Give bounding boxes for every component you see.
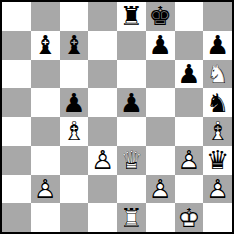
white-pawn-glyph: ♙ — [88, 146, 117, 175]
square-h3[interactable]: ♛ — [203, 146, 232, 175]
piece-black-pawn-icon[interactable]: ♟ — [60, 88, 89, 117]
square-b1[interactable] — [31, 203, 60, 232]
black-rook-glyph: ♜ — [117, 2, 146, 31]
square-e7[interactable] — [117, 31, 146, 60]
square-b2[interactable]: ♟♙ — [31, 175, 60, 204]
square-d6[interactable] — [88, 60, 117, 89]
white-rook-glyph: ♖ — [117, 203, 146, 232]
white-pawn-glyph: ♙ — [203, 175, 232, 204]
piece-black-rook-icon[interactable]: ♜ — [117, 2, 146, 31]
square-b4[interactable] — [31, 117, 60, 146]
square-c2[interactable] — [60, 175, 89, 204]
square-g7[interactable] — [175, 31, 204, 60]
black-pawn-glyph: ♟ — [117, 88, 146, 117]
piece-white-pawn-icon[interactable]: ♟♙ — [31, 175, 60, 204]
black-pawn-glyph: ♟ — [60, 88, 89, 117]
piece-black-knight-icon[interactable]: ♞ — [203, 88, 232, 117]
square-h1[interactable] — [203, 203, 232, 232]
square-b7[interactable]: ♝ — [31, 31, 60, 60]
square-d4[interactable] — [88, 117, 117, 146]
square-c1[interactable] — [60, 203, 89, 232]
square-d5[interactable] — [88, 88, 117, 117]
square-f5[interactable] — [146, 88, 175, 117]
square-c5[interactable]: ♟ — [60, 88, 89, 117]
piece-white-king-icon[interactable]: ♚♔ — [175, 203, 204, 232]
white-pawn-glyph: ♙ — [146, 175, 175, 204]
square-f1[interactable] — [146, 203, 175, 232]
square-g6[interactable]: ♟ — [175, 60, 204, 89]
black-queen-glyph: ♛ — [203, 146, 232, 175]
white-king-glyph: ♔ — [175, 203, 204, 232]
square-b8[interactable] — [31, 2, 60, 31]
square-a2[interactable] — [2, 175, 31, 204]
square-f6[interactable] — [146, 60, 175, 89]
black-bishop-glyph: ♝ — [60, 31, 89, 60]
black-king-glyph: ♚ — [146, 2, 175, 31]
square-c4[interactable]: ♝♗ — [60, 117, 89, 146]
piece-white-pawn-icon[interactable]: ♟♙ — [203, 175, 232, 204]
piece-black-pawn-icon[interactable]: ♟ — [146, 31, 175, 60]
square-e3[interactable]: ♛♕ — [117, 146, 146, 175]
square-e1[interactable]: ♜♖ — [117, 203, 146, 232]
black-knight-glyph: ♞ — [203, 88, 232, 117]
square-h8[interactable] — [203, 2, 232, 31]
square-g3[interactable]: ♟♙ — [175, 146, 204, 175]
piece-white-bishop-icon[interactable]: ♝♗ — [203, 117, 232, 146]
square-d1[interactable] — [88, 203, 117, 232]
square-f7[interactable]: ♟ — [146, 31, 175, 60]
square-h7[interactable]: ♟ — [203, 31, 232, 60]
piece-black-pawn-icon[interactable]: ♟ — [203, 31, 232, 60]
square-e4[interactable] — [117, 117, 146, 146]
square-c6[interactable] — [60, 60, 89, 89]
piece-white-knight-icon[interactable]: ♞♘ — [203, 60, 232, 89]
square-f8[interactable]: ♚ — [146, 2, 175, 31]
square-a5[interactable] — [2, 88, 31, 117]
square-f4[interactable] — [146, 117, 175, 146]
square-h2[interactable]: ♟♙ — [203, 175, 232, 204]
square-e5[interactable]: ♟ — [117, 88, 146, 117]
piece-white-queen-icon[interactable]: ♛♕ — [117, 146, 146, 175]
white-bishop-glyph: ♗ — [60, 117, 89, 146]
piece-black-king-icon[interactable]: ♚ — [146, 2, 175, 31]
square-a1[interactable] — [2, 203, 31, 232]
piece-black-bishop-icon[interactable]: ♝ — [31, 31, 60, 60]
square-c3[interactable] — [60, 146, 89, 175]
black-bishop-glyph: ♝ — [31, 31, 60, 60]
square-f3[interactable] — [146, 146, 175, 175]
square-h6[interactable]: ♞♘ — [203, 60, 232, 89]
square-b3[interactable] — [31, 146, 60, 175]
white-pawn-glyph: ♙ — [31, 175, 60, 204]
square-a4[interactable] — [2, 117, 31, 146]
square-a6[interactable] — [2, 60, 31, 89]
square-e6[interactable] — [117, 60, 146, 89]
square-b5[interactable] — [31, 88, 60, 117]
square-h5[interactable]: ♞ — [203, 88, 232, 117]
square-g2[interactable] — [175, 175, 204, 204]
piece-white-pawn-icon[interactable]: ♟♙ — [175, 146, 204, 175]
square-g4[interactable] — [175, 117, 204, 146]
square-g5[interactable] — [175, 88, 204, 117]
white-pawn-glyph: ♙ — [175, 146, 204, 175]
square-g8[interactable] — [175, 2, 204, 31]
square-g1[interactable]: ♚♔ — [175, 203, 204, 232]
black-pawn-glyph: ♟ — [146, 31, 175, 60]
piece-white-pawn-icon[interactable]: ♟♙ — [146, 175, 175, 204]
square-c8[interactable] — [60, 2, 89, 31]
square-a3[interactable] — [2, 146, 31, 175]
square-d2[interactable] — [88, 175, 117, 204]
square-a7[interactable] — [2, 31, 31, 60]
chess-board: ♜♚♝♝♟♟♟♞♘♟♟♞♝♗♝♗♟♙♛♕♟♙♛♟♙♟♙♟♙♜♖♚♔ — [0, 0, 234, 234]
piece-black-bishop-icon[interactable]: ♝ — [60, 31, 89, 60]
square-d8[interactable] — [88, 2, 117, 31]
square-b6[interactable] — [31, 60, 60, 89]
piece-white-bishop-icon[interactable]: ♝♗ — [60, 117, 89, 146]
square-h4[interactable]: ♝♗ — [203, 117, 232, 146]
square-d7[interactable] — [88, 31, 117, 60]
piece-black-pawn-icon[interactable]: ♟ — [175, 60, 204, 89]
piece-white-rook-icon[interactable]: ♜♖ — [117, 203, 146, 232]
piece-black-queen-icon[interactable]: ♛ — [203, 146, 232, 175]
black-pawn-glyph: ♟ — [175, 60, 204, 89]
square-e8[interactable]: ♜ — [117, 2, 146, 31]
square-c7[interactable]: ♝ — [60, 31, 89, 60]
square-f2[interactable]: ♟♙ — [146, 175, 175, 204]
black-pawn-glyph: ♟ — [203, 31, 232, 60]
white-knight-glyph: ♘ — [203, 60, 232, 89]
piece-black-pawn-icon[interactable]: ♟ — [117, 88, 146, 117]
white-bishop-glyph: ♗ — [203, 117, 232, 146]
white-queen-glyph: ♕ — [117, 146, 146, 175]
square-e2[interactable] — [117, 175, 146, 204]
piece-white-pawn-icon[interactable]: ♟♙ — [88, 146, 117, 175]
square-d3[interactable]: ♟♙ — [88, 146, 117, 175]
square-a8[interactable] — [2, 2, 31, 31]
